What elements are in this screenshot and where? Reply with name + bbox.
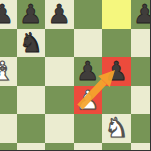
square-f4[interactable] (102, 86, 131, 115)
square-f5[interactable]: ♟ (102, 57, 131, 86)
square-e6[interactable] (74, 29, 103, 58)
square-c3[interactable] (17, 114, 46, 143)
square-c5[interactable] (17, 57, 46, 86)
square-b2[interactable] (0, 143, 17, 151)
square-b5[interactable]: ♝ (0, 57, 17, 86)
square-d7[interactable]: ♟ (45, 0, 74, 29)
black-pawn-icon[interactable]: ♟ (45, 0, 74, 29)
white-pawn-icon[interactable]: ♟ (74, 86, 103, 115)
square-e3[interactable] (74, 114, 103, 143)
square-e2[interactable] (74, 143, 103, 151)
square-f6[interactable] (102, 29, 131, 58)
square-c6[interactable]: ♞ (17, 29, 46, 58)
square-f2[interactable] (102, 143, 131, 151)
square-f3[interactable]: ♞ (102, 114, 131, 143)
white-bishop-icon[interactable]: ♝ (0, 57, 17, 86)
square-e5[interactable]: ♟ (74, 57, 103, 86)
square-f7[interactable] (102, 0, 131, 29)
square-g6[interactable] (131, 29, 151, 58)
square-b6[interactable] (0, 29, 17, 58)
square-b4[interactable] (0, 86, 17, 115)
white-knight-icon[interactable]: ♞ (102, 114, 131, 143)
board-viewport: ♟♟♟♟♞♝♟♟♟♞ (0, 0, 150, 150)
square-c7[interactable]: ♟ (17, 0, 46, 29)
square-b7[interactable]: ♟ (0, 0, 17, 29)
square-e7[interactable] (74, 0, 103, 29)
square-e4[interactable]: ♟ (74, 86, 103, 115)
black-knight-icon[interactable]: ♞ (17, 29, 46, 58)
black-pawn-icon[interactable]: ♟ (74, 57, 103, 86)
square-c2[interactable] (17, 143, 46, 151)
square-g5[interactable] (131, 57, 151, 86)
black-pawn-icon[interactable]: ♟ (131, 0, 151, 29)
square-g2[interactable] (131, 143, 151, 151)
square-d2[interactable] (45, 143, 74, 151)
square-c4[interactable] (17, 86, 46, 115)
black-pawn-icon[interactable]: ♟ (0, 0, 17, 29)
black-pawn-icon[interactable]: ♟ (17, 0, 46, 29)
square-d3[interactable] (45, 114, 74, 143)
square-d5[interactable] (45, 57, 74, 86)
square-g3[interactable] (131, 114, 151, 143)
square-b3[interactable] (0, 114, 17, 143)
black-pawn-icon[interactable]: ♟ (102, 57, 131, 86)
square-g7[interactable]: ♟ (131, 0, 151, 29)
square-g4[interactable] (131, 86, 151, 115)
chess-board: ♟♟♟♟♞♝♟♟♟♞ (0, 0, 150, 150)
square-d6[interactable] (45, 29, 74, 58)
square-d4[interactable] (45, 86, 74, 115)
